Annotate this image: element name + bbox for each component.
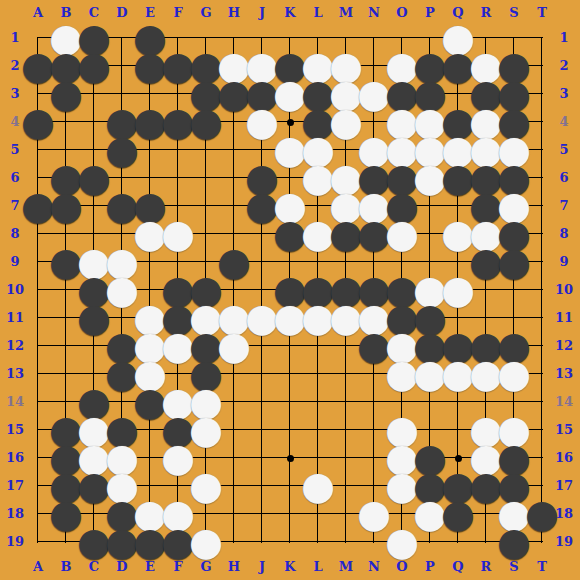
white-stone-L17: ● <box>303 471 333 501</box>
board-point-B9[interactable]: ● <box>52 248 80 276</box>
coord-label-col-A: A <box>24 555 52 579</box>
board-point-E14[interactable]: ● <box>136 388 164 416</box>
board-point-D13[interactable]: ● <box>108 360 136 388</box>
board-point-H7[interactable] <box>220 192 248 220</box>
black-stone-A4: ● <box>23 107 53 137</box>
board-point-F6[interactable] <box>164 164 192 192</box>
board-point-M8[interactable]: ● <box>332 220 360 248</box>
board-point-A2[interactable]: ● <box>24 52 52 80</box>
board-point-G6[interactable] <box>192 164 220 192</box>
board-point-B18[interactable]: ● <box>52 500 80 528</box>
board-grid: ●●●●●●●●●●●●●●●●●●●●●●●●●●●●●●●●●●●●●●●●… <box>24 24 556 556</box>
board-point-P6[interactable]: ● <box>416 164 444 192</box>
coord-label-col-N: N <box>360 1 388 25</box>
coord-label-col-P: P <box>416 1 444 25</box>
coord-label-col-R: R <box>472 1 500 25</box>
board-point-B11[interactable] <box>52 304 80 332</box>
board-point-A11[interactable] <box>24 304 52 332</box>
board-point-T5[interactable] <box>528 136 556 164</box>
board-point-Q15[interactable] <box>444 416 472 444</box>
board-point-M16[interactable] <box>332 444 360 472</box>
board-point-J18[interactable] <box>248 500 276 528</box>
board-point-J13[interactable] <box>248 360 276 388</box>
board-point-B13[interactable] <box>52 360 80 388</box>
coord-label-col-F: F <box>164 1 192 25</box>
coord-label-col-T: T <box>528 1 556 25</box>
board-point-A17[interactable] <box>24 472 52 500</box>
board-point-A16[interactable] <box>24 444 52 472</box>
board-point-Q13[interactable]: ● <box>444 360 472 388</box>
board-point-H16[interactable] <box>220 444 248 472</box>
board-point-J14[interactable] <box>248 388 276 416</box>
board-point-T16[interactable] <box>528 444 556 472</box>
board-point-E16[interactable] <box>136 444 164 472</box>
board-point-K13[interactable] <box>276 360 304 388</box>
board-point-T11[interactable] <box>528 304 556 332</box>
board-point-F2[interactable]: ● <box>164 52 192 80</box>
board-point-A7[interactable]: ● <box>24 192 52 220</box>
go-board: ABCDEFGHJKLMNOPQRST ABCDEFGHJKLMNOPQRST … <box>0 0 580 580</box>
board-point-B7[interactable]: ● <box>52 192 80 220</box>
coord-label-col-A: A <box>24 1 52 25</box>
black-stone-B7: ● <box>51 191 81 221</box>
coord-label-col-L: L <box>304 555 332 579</box>
board-point-D19[interactable]: ● <box>108 528 136 556</box>
board-point-B3[interactable]: ● <box>52 80 80 108</box>
coord-label-col-T: T <box>528 555 556 579</box>
black-stone-S9: ● <box>499 247 529 277</box>
coord-label-col-S: S <box>500 1 528 25</box>
board-point-M15[interactable] <box>332 416 360 444</box>
board-point-N15[interactable] <box>360 416 388 444</box>
board-point-L13[interactable] <box>304 360 332 388</box>
board-point-G4[interactable]: ● <box>192 108 220 136</box>
board-point-A9[interactable] <box>24 248 52 276</box>
board-point-O17[interactable]: ● <box>388 472 416 500</box>
board-point-M4[interactable]: ● <box>332 108 360 136</box>
board-point-M14[interactable] <box>332 388 360 416</box>
board-point-J4[interactable]: ● <box>248 108 276 136</box>
board-point-L17[interactable]: ● <box>304 472 332 500</box>
coord-label-col-M: M <box>332 1 360 25</box>
board-point-D7[interactable]: ● <box>108 192 136 220</box>
board-point-R13[interactable]: ● <box>472 360 500 388</box>
board-point-A14[interactable] <box>24 388 52 416</box>
white-stone-G17: ● <box>191 471 221 501</box>
board-point-J11[interactable]: ● <box>248 304 276 332</box>
white-stone-F8: ● <box>163 219 193 249</box>
board-point-T2[interactable] <box>528 52 556 80</box>
board-point-A4[interactable]: ● <box>24 108 52 136</box>
board-point-H6[interactable] <box>220 164 248 192</box>
board-point-S13[interactable]: ● <box>500 360 528 388</box>
board-point-K8[interactable]: ● <box>276 220 304 248</box>
black-stone-G4: ● <box>191 107 221 137</box>
coord-label-col-H: H <box>220 555 248 579</box>
board-point-F4[interactable]: ● <box>164 108 192 136</box>
white-stone-G19: ● <box>191 527 221 557</box>
black-stone-Q18: ● <box>443 499 473 529</box>
board-point-R19[interactable] <box>472 528 500 556</box>
black-stone-T18: ● <box>527 499 557 529</box>
board-point-F8[interactable]: ● <box>164 220 192 248</box>
board-point-C19[interactable]: ● <box>80 528 108 556</box>
coord-label-col-J: J <box>248 555 276 579</box>
board-point-K5[interactable]: ● <box>276 136 304 164</box>
board-point-B12[interactable] <box>52 332 80 360</box>
coord-label-col-Q: Q <box>444 555 472 579</box>
white-stone-Q10: ● <box>443 275 473 305</box>
board-point-P18[interactable]: ● <box>416 500 444 528</box>
coord-label-col-O: O <box>388 1 416 25</box>
board-point-H18[interactable] <box>220 500 248 528</box>
board-point-M11[interactable]: ● <box>332 304 360 332</box>
board-point-J17[interactable] <box>248 472 276 500</box>
board-point-S19[interactable]: ● <box>500 528 528 556</box>
white-stone-G15: ● <box>191 415 221 445</box>
board-point-T13[interactable] <box>528 360 556 388</box>
board-point-T9[interactable] <box>528 248 556 276</box>
board-point-T3[interactable] <box>528 80 556 108</box>
board-point-N14[interactable] <box>360 388 388 416</box>
board-point-K15[interactable] <box>276 416 304 444</box>
board-point-R17[interactable]: ● <box>472 472 500 500</box>
board-point-G8[interactable] <box>192 220 220 248</box>
board-point-Q6[interactable]: ● <box>444 164 472 192</box>
board-point-N8[interactable]: ● <box>360 220 388 248</box>
board-point-H17[interactable] <box>220 472 248 500</box>
board-point-M17[interactable] <box>332 472 360 500</box>
black-stone-H9: ● <box>219 247 249 277</box>
board-point-F19[interactable]: ● <box>164 528 192 556</box>
board-point-T6[interactable] <box>528 164 556 192</box>
board-point-H12[interactable]: ● <box>220 332 248 360</box>
board-point-Q2[interactable]: ● <box>444 52 472 80</box>
coord-label-col-R: R <box>472 555 500 579</box>
board-point-K3[interactable]: ● <box>276 80 304 108</box>
board-point-O8[interactable]: ● <box>388 220 416 248</box>
board-point-P8[interactable] <box>416 220 444 248</box>
board-point-K19[interactable] <box>276 528 304 556</box>
black-stone-S19: ● <box>499 527 529 557</box>
board-point-K17[interactable] <box>276 472 304 500</box>
board-point-P13[interactable]: ● <box>416 360 444 388</box>
board-point-J16[interactable] <box>248 444 276 472</box>
board-point-Q8[interactable]: ● <box>444 220 472 248</box>
board-point-T8[interactable] <box>528 220 556 248</box>
white-stone-S13: ● <box>499 359 529 389</box>
board-point-H19[interactable] <box>220 528 248 556</box>
coord-label-col-L: L <box>304 1 332 25</box>
coord-label-col-N: N <box>360 555 388 579</box>
board-point-C6[interactable]: ● <box>80 164 108 192</box>
board-point-D5[interactable]: ● <box>108 136 136 164</box>
board-point-A19[interactable] <box>24 528 52 556</box>
board-point-T12[interactable] <box>528 332 556 360</box>
board-point-M13[interactable] <box>332 360 360 388</box>
board-point-H14[interactable] <box>220 388 248 416</box>
board-point-N16[interactable] <box>360 444 388 472</box>
board-point-N3[interactable]: ● <box>360 80 388 108</box>
black-stone-D5: ● <box>107 135 137 165</box>
board-point-D2[interactable] <box>108 52 136 80</box>
board-point-H9[interactable]: ● <box>220 248 248 276</box>
board-point-K18[interactable] <box>276 500 304 528</box>
board-point-G7[interactable] <box>192 192 220 220</box>
board-point-K11[interactable]: ● <box>276 304 304 332</box>
board-point-T14[interactable] <box>528 388 556 416</box>
board-point-N12[interactable]: ● <box>360 332 388 360</box>
board-point-N18[interactable]: ● <box>360 500 388 528</box>
board-point-J19[interactable] <box>248 528 276 556</box>
board-point-G17[interactable]: ● <box>192 472 220 500</box>
board-point-L11[interactable]: ● <box>304 304 332 332</box>
board-point-S9[interactable]: ● <box>500 248 528 276</box>
white-stone-O8: ● <box>387 219 417 249</box>
white-stone-O19: ● <box>387 527 417 557</box>
coord-label-col-P: P <box>416 555 444 579</box>
board-point-M18[interactable] <box>332 500 360 528</box>
coord-label-col-K: K <box>276 1 304 25</box>
board-point-A10[interactable] <box>24 276 52 304</box>
board-point-A15[interactable] <box>24 416 52 444</box>
board-point-H5[interactable] <box>220 136 248 164</box>
board-point-C4[interactable] <box>80 108 108 136</box>
board-point-R9[interactable]: ● <box>472 248 500 276</box>
coord-label-col-K: K <box>276 555 304 579</box>
board-point-A18[interactable] <box>24 500 52 528</box>
board-point-O19[interactable]: ● <box>388 528 416 556</box>
board-point-L6[interactable]: ● <box>304 164 332 192</box>
board-point-T10[interactable] <box>528 276 556 304</box>
board-point-D1[interactable] <box>108 24 136 52</box>
board-point-L15[interactable] <box>304 416 332 444</box>
board-point-D10[interactable]: ● <box>108 276 136 304</box>
black-stone-B3: ● <box>51 79 81 109</box>
board-point-E4[interactable]: ● <box>136 108 164 136</box>
board-point-F16[interactable]: ● <box>164 444 192 472</box>
board-point-L8[interactable]: ● <box>304 220 332 248</box>
board-point-J7[interactable]: ● <box>248 192 276 220</box>
board-point-L14[interactable] <box>304 388 332 416</box>
coord-label-col-M: M <box>332 555 360 579</box>
coord-label-col-H: H <box>220 1 248 25</box>
board-point-K14[interactable] <box>276 388 304 416</box>
board-point-E2[interactable]: ● <box>136 52 164 80</box>
board-point-K16[interactable] <box>276 444 304 472</box>
board-point-E8[interactable]: ● <box>136 220 164 248</box>
board-point-H15[interactable] <box>220 416 248 444</box>
coord-label-col-J: J <box>248 1 276 25</box>
board-point-C2[interactable]: ● <box>80 52 108 80</box>
coord-label-col-B: B <box>52 555 80 579</box>
board-point-J9[interactable] <box>248 248 276 276</box>
white-stone-H12: ● <box>219 331 249 361</box>
board-point-T1[interactable] <box>528 24 556 52</box>
board-point-A13[interactable] <box>24 360 52 388</box>
board-point-L19[interactable] <box>304 528 332 556</box>
board-point-Q18[interactable]: ● <box>444 500 472 528</box>
board-point-M19[interactable] <box>332 528 360 556</box>
board-point-N1[interactable] <box>360 24 388 52</box>
board-point-H3[interactable]: ● <box>220 80 248 108</box>
board-point-F12[interactable]: ● <box>164 332 192 360</box>
board-point-E19[interactable]: ● <box>136 528 164 556</box>
board-point-O13[interactable]: ● <box>388 360 416 388</box>
board-point-G19[interactable]: ● <box>192 528 220 556</box>
board-point-T4[interactable] <box>528 108 556 136</box>
coord-label-col-G: G <box>192 1 220 25</box>
board-point-J15[interactable] <box>248 416 276 444</box>
board-point-T15[interactable] <box>528 416 556 444</box>
board-point-G15[interactable]: ● <box>192 416 220 444</box>
board-point-C17[interactable]: ● <box>80 472 108 500</box>
board-point-T7[interactable] <box>528 192 556 220</box>
board-point-Q10[interactable]: ● <box>444 276 472 304</box>
board-point-A12[interactable] <box>24 332 52 360</box>
board-point-T18[interactable]: ● <box>528 500 556 528</box>
black-stone-C2: ● <box>79 51 109 81</box>
coord-label-col-D: D <box>108 1 136 25</box>
board-point-C11[interactable]: ● <box>80 304 108 332</box>
